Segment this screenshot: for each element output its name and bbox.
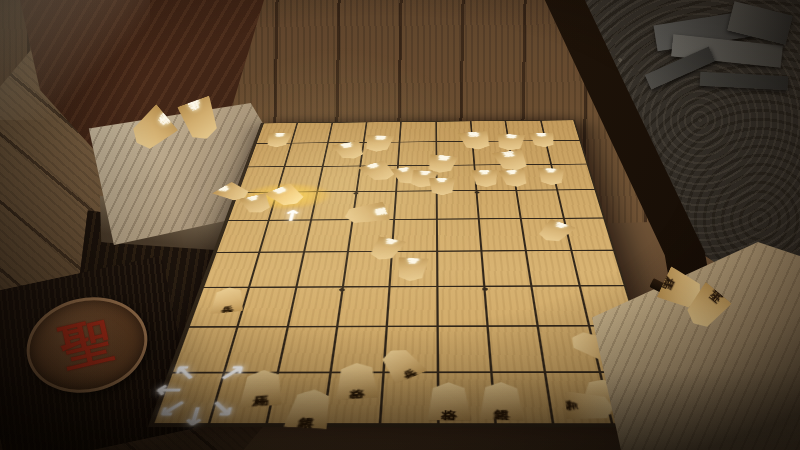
piece-kanji: 歩兵 bbox=[194, 118, 205, 122]
piece-kanji: 歩兵 bbox=[229, 190, 236, 194]
piece-kanji: 飛車 bbox=[365, 210, 367, 217]
piece-kanji: 歩兵 bbox=[590, 341, 595, 349]
shogi-piece-gold[interactable]: 金将 bbox=[428, 382, 472, 420]
piece-kanji: 王将 bbox=[701, 304, 710, 312]
piece-kanji: 歩兵 bbox=[395, 361, 407, 366]
piece-kanji: 歩兵 bbox=[251, 203, 261, 205]
debris-plank bbox=[671, 34, 783, 67]
shogi-piece-pawn[interactable]: 歩兵 bbox=[375, 345, 427, 384]
piece-kanji: 歩兵 bbox=[381, 248, 391, 250]
shogi-piece-pawn[interactable]: 歩兵 bbox=[538, 168, 565, 186]
piece-kanji: 歩兵 bbox=[550, 230, 560, 234]
piece-kanji: 角行 bbox=[470, 140, 481, 141]
shogi-piece-gold[interactable]: 金将 bbox=[336, 362, 378, 400]
piece-kanji: 歩兵 bbox=[403, 175, 413, 176]
shogi-piece-lance[interactable]: 香車 bbox=[264, 133, 292, 147]
piece-kanji: 歩兵 bbox=[406, 269, 418, 270]
facing-arrow: ↑ bbox=[279, 207, 305, 224]
piece-kanji: 桂馬 bbox=[254, 388, 269, 389]
piece-kanji: 桂馬 bbox=[345, 150, 355, 152]
shogi-piece-silver[interactable]: 銀将 bbox=[283, 389, 335, 430]
shogi-piece-pawn[interactable]: 歩兵 bbox=[471, 170, 499, 187]
piece-kanji: 銀将 bbox=[302, 408, 317, 409]
right-capture-tray[interactable] bbox=[592, 242, 800, 450]
piece-kanji: 歩兵 bbox=[589, 401, 590, 412]
piece-kanji: 王将 bbox=[506, 160, 517, 161]
piece-kanji: 金将 bbox=[505, 142, 515, 143]
shogi-piece-gold[interactable]: 金将 bbox=[495, 134, 525, 152]
piece-kanji: 桂馬 bbox=[679, 285, 684, 296]
seal-kanji: 聖 bbox=[54, 308, 119, 382]
shogi-piece-knight[interactable]: 桂馬 bbox=[425, 154, 459, 174]
shogi-piece-silver[interactable]: 銀将 bbox=[480, 381, 524, 421]
light-spill bbox=[0, 0, 150, 120]
shogi-piece-rook[interactable]: 飛車 bbox=[343, 201, 391, 226]
piece-kanji: 歩兵 bbox=[222, 299, 234, 300]
game-viewport: 聖 香車桂馬銀将角行金将香車王将桂馬金将歩兵歩兵歩兵歩兵歩兵歩兵歩兵銀将歩兵飛車… bbox=[0, 0, 800, 450]
shogi-piece-pawn[interactable]: 歩兵 bbox=[210, 286, 245, 314]
debris-plank bbox=[654, 11, 752, 52]
debris-plank bbox=[700, 72, 789, 91]
shogi-piece-bishop[interactable]: 角行 bbox=[458, 131, 494, 151]
piece-kanji: 金将 bbox=[374, 170, 383, 173]
shogi-piece-silver[interactable]: 銀将 bbox=[362, 135, 394, 152]
piece-kanji: 銀将 bbox=[494, 400, 510, 401]
piece-kanji: 歩兵 bbox=[418, 179, 428, 180]
shogi-piece-king[interactable]: 王将 bbox=[492, 150, 532, 172]
shogi-piece-knight[interactable]: 桂馬 bbox=[332, 141, 368, 161]
piece-kanji: 銀将 bbox=[282, 194, 291, 198]
debris-plank bbox=[645, 46, 715, 89]
shogi-piece-pawn[interactable]: 歩兵 bbox=[499, 169, 531, 187]
piece-kanji: 歩兵 bbox=[148, 125, 156, 134]
shogi-piece-pawn[interactable]: 歩兵 bbox=[394, 257, 429, 282]
piece-kanji: 金将 bbox=[349, 380, 364, 381]
debris-plank bbox=[727, 1, 792, 45]
piece-kanji: 歩兵 bbox=[509, 178, 519, 179]
piece-kanji: 桂馬 bbox=[437, 163, 447, 164]
shogi-piece-lance[interactable]: 香車 bbox=[529, 133, 557, 148]
shogi-piece-pawn[interactable]: 歩兵 bbox=[534, 219, 577, 245]
shogi-piece-pawn[interactable]: 歩兵 bbox=[429, 178, 456, 196]
